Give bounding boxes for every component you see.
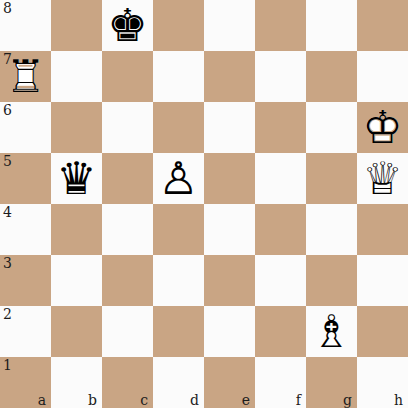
square-b4[interactable] xyxy=(51,204,102,255)
square-h8[interactable] xyxy=(357,0,408,51)
square-c8[interactable]: ♚ xyxy=(102,0,153,51)
black-queen-b5[interactable]: ♛ xyxy=(51,153,102,204)
king-icon: ♚ xyxy=(107,0,147,51)
square-g3[interactable] xyxy=(306,255,357,306)
king-icon: ♚ xyxy=(362,102,402,153)
file-label-e: e xyxy=(242,392,250,408)
square-b3[interactable] xyxy=(51,255,102,306)
square-f2[interactable] xyxy=(255,306,306,357)
square-b7[interactable] xyxy=(51,51,102,102)
file-label-h: h xyxy=(394,392,403,408)
square-c3[interactable] xyxy=(102,255,153,306)
bishop-icon: ♗ xyxy=(311,306,351,357)
square-e3[interactable] xyxy=(204,255,255,306)
square-a2[interactable]: 2 xyxy=(0,306,51,357)
square-c5[interactable] xyxy=(102,153,153,204)
square-h1[interactable]: h xyxy=(357,357,408,408)
white-queen-h5[interactable]: ♛♕ xyxy=(357,153,408,204)
square-a3[interactable]: 3 xyxy=(0,255,51,306)
pawn-icon: ♙ xyxy=(158,153,198,204)
square-d8[interactable] xyxy=(153,0,204,51)
square-h2[interactable] xyxy=(357,306,408,357)
queen-icon: ♛ xyxy=(362,153,402,204)
square-e1[interactable]: e xyxy=(204,357,255,408)
rank-label-3: 3 xyxy=(3,255,12,272)
chess-board: 8♚7♜♖6♚♔5♛♟♙♛♕432♝♗1abcdefgh xyxy=(0,0,408,408)
white-king-h6[interactable]: ♚♔ xyxy=(357,102,408,153)
rook-icon: ♖ xyxy=(5,51,45,102)
square-g2[interactable]: ♝♗ xyxy=(306,306,357,357)
square-f3[interactable] xyxy=(255,255,306,306)
rank-label-5: 5 xyxy=(3,153,12,170)
square-c4[interactable] xyxy=(102,204,153,255)
square-c6[interactable] xyxy=(102,102,153,153)
square-e4[interactable] xyxy=(204,204,255,255)
square-h3[interactable] xyxy=(357,255,408,306)
rank-label-4: 4 xyxy=(3,204,12,221)
file-label-a: a xyxy=(38,392,46,408)
square-d2[interactable] xyxy=(153,306,204,357)
square-e2[interactable] xyxy=(204,306,255,357)
square-f1[interactable]: f xyxy=(255,357,306,408)
square-g4[interactable] xyxy=(306,204,357,255)
square-g8[interactable] xyxy=(306,0,357,51)
rank-label-8: 8 xyxy=(3,0,12,17)
square-d7[interactable] xyxy=(153,51,204,102)
square-f5[interactable] xyxy=(255,153,306,204)
square-e5[interactable] xyxy=(204,153,255,204)
white-rook-a7[interactable]: ♜♖ xyxy=(0,51,51,102)
square-b8[interactable] xyxy=(51,0,102,51)
square-a5[interactable]: 5 xyxy=(0,153,51,204)
square-g6[interactable] xyxy=(306,102,357,153)
square-b2[interactable] xyxy=(51,306,102,357)
bishop-icon: ♝ xyxy=(311,306,351,357)
square-e8[interactable] xyxy=(204,0,255,51)
file-label-c: c xyxy=(140,392,148,408)
square-a7[interactable]: 7♜♖ xyxy=(0,51,51,102)
square-h4[interactable] xyxy=(357,204,408,255)
white-pawn-d5[interactable]: ♟♙ xyxy=(153,153,204,204)
square-f6[interactable] xyxy=(255,102,306,153)
square-h5[interactable]: ♛♕ xyxy=(357,153,408,204)
black-king-c8[interactable]: ♚ xyxy=(102,0,153,51)
file-label-b: b xyxy=(88,392,97,408)
file-label-g: g xyxy=(343,392,352,408)
square-c2[interactable] xyxy=(102,306,153,357)
queen-icon: ♕ xyxy=(362,153,402,204)
square-a6[interactable]: 6 xyxy=(0,102,51,153)
square-g1[interactable]: g xyxy=(306,357,357,408)
square-f7[interactable] xyxy=(255,51,306,102)
square-d6[interactable] xyxy=(153,102,204,153)
white-bishop-g2[interactable]: ♝♗ xyxy=(306,306,357,357)
square-e7[interactable] xyxy=(204,51,255,102)
rook-icon: ♜ xyxy=(5,51,45,102)
square-g5[interactable] xyxy=(306,153,357,204)
square-d1[interactable]: d xyxy=(153,357,204,408)
square-a8[interactable]: 8 xyxy=(0,0,51,51)
square-h6[interactable]: ♚♔ xyxy=(357,102,408,153)
square-h7[interactable] xyxy=(357,51,408,102)
file-label-f: f xyxy=(296,392,301,408)
rank-label-2: 2 xyxy=(3,306,12,323)
pawn-icon: ♟ xyxy=(158,153,198,204)
queen-icon: ♛ xyxy=(56,153,96,204)
square-b5[interactable]: ♛ xyxy=(51,153,102,204)
king-icon: ♔ xyxy=(362,102,402,153)
square-d4[interactable] xyxy=(153,204,204,255)
square-a1[interactable]: 1a xyxy=(0,357,51,408)
square-b1[interactable]: b xyxy=(51,357,102,408)
square-d5[interactable]: ♟♙ xyxy=(153,153,204,204)
file-label-d: d xyxy=(190,392,199,408)
square-d3[interactable] xyxy=(153,255,204,306)
rank-label-1: 1 xyxy=(3,357,12,374)
square-b6[interactable] xyxy=(51,102,102,153)
square-g7[interactable] xyxy=(306,51,357,102)
square-c1[interactable]: c xyxy=(102,357,153,408)
rank-label-6: 6 xyxy=(3,102,12,119)
square-a4[interactable]: 4 xyxy=(0,204,51,255)
square-f8[interactable] xyxy=(255,0,306,51)
square-c7[interactable] xyxy=(102,51,153,102)
square-e6[interactable] xyxy=(204,102,255,153)
square-f4[interactable] xyxy=(255,204,306,255)
